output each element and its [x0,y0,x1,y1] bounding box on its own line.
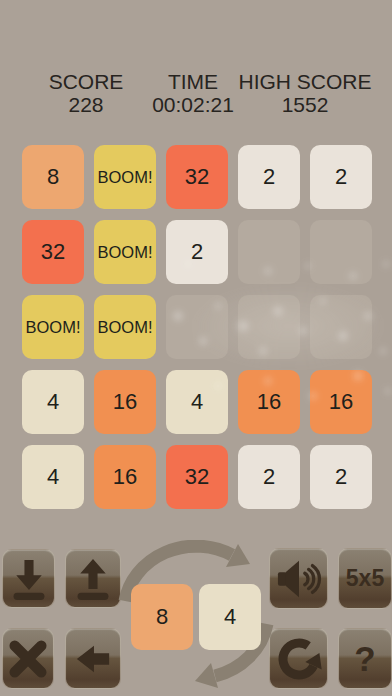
close-button[interactable] [2,628,54,689]
speaker-icon [276,557,322,601]
tile-r3c3 [166,295,228,359]
high-score-panel: HIGH SCORE 1552 [227,70,383,116]
tile-r5c3: 32 [166,445,228,509]
tile-r1c4: 2 [238,145,300,209]
tile-r4c5: 16 [310,370,372,434]
tile-r2c4 [238,220,300,284]
save-button[interactable] [2,549,55,608]
tile-r1c5: 2 [310,145,372,209]
x-icon [9,640,47,678]
tile-r4c2: 16 [94,370,156,434]
tile-r5c4: 2 [238,445,300,509]
grid-size-label: 5x5 [346,565,384,592]
help-label: ? [354,639,375,679]
tile-r5c1: 4 [22,445,84,509]
tile-r2c3: 2 [166,220,228,284]
help-button[interactable]: ? [338,628,392,689]
tile-r4c3: 4 [166,370,228,434]
tile-r3c4 [238,295,300,359]
high-score-label: HIGH SCORE [227,70,383,93]
circular-arrow-icon [276,636,322,682]
save-down-arrow-icon [9,556,49,602]
grid-size-button[interactable]: 5x5 [338,548,392,609]
game-screen: SCORE 228 TIME 00:02:21 HIGH SCORE 1552 … [0,0,392,696]
tile-r4c1: 4 [22,370,84,434]
tile-r3c1: BOOM! [22,295,84,359]
tile-r2c1: 32 [22,220,84,284]
tile-r2c2: BOOM! [94,220,156,284]
tile-r1c3: 32 [166,145,228,209]
tile-r3c5 [310,295,372,359]
tile-r5c5: 2 [310,445,372,509]
tile-r2c5 [310,220,372,284]
tile-r3c2: BOOM! [94,295,156,359]
left-arrow-icon [73,640,113,678]
game-board[interactable]: 8 BOOM! 32 2 2 32 BOOM! 2 BOOM! BOOM! 4 … [22,145,372,509]
load-up-arrow-icon [73,556,113,602]
tile-r1c2: BOOM! [94,145,156,209]
next-tile-1: 8 [131,584,193,650]
tile-r4c4: 16 [238,370,300,434]
next-tile-2: 4 [199,584,261,650]
tile-r5c2: 16 [94,445,156,509]
tile-r1c1: 8 [22,145,84,209]
high-score-value: 1552 [227,93,383,116]
